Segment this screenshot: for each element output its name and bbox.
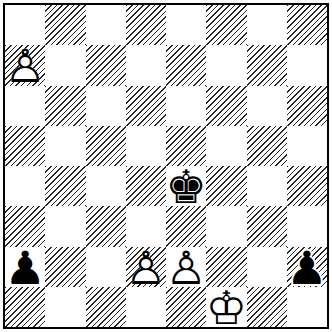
square-a2[interactable]: ♟	[5, 247, 45, 287]
square-b6[interactable]	[45, 86, 85, 126]
square-d7[interactable]	[126, 45, 166, 85]
square-c2[interactable]	[86, 247, 126, 287]
square-h4[interactable]	[287, 166, 327, 206]
square-g3[interactable]	[247, 206, 287, 246]
square-b1[interactable]	[45, 287, 85, 327]
square-c8[interactable]	[86, 5, 126, 45]
square-f4[interactable]	[206, 166, 246, 206]
square-f5[interactable]	[206, 126, 246, 166]
square-g1[interactable]	[247, 287, 287, 327]
square-e6[interactable]	[166, 86, 206, 126]
square-e8[interactable]	[166, 5, 206, 45]
square-g5[interactable]	[247, 126, 287, 166]
chess-diagram: ♟♙♚♟♟♙♟♙♟♚♔	[0, 0, 332, 332]
square-h8[interactable]	[287, 5, 327, 45]
square-a7[interactable]: ♟♙	[5, 45, 45, 85]
square-d2[interactable]: ♟♙	[126, 247, 166, 287]
square-g6[interactable]	[247, 86, 287, 126]
square-h6[interactable]	[287, 86, 327, 126]
square-f7[interactable]	[206, 45, 246, 85]
square-h7[interactable]	[287, 45, 327, 85]
square-g7[interactable]	[247, 45, 287, 85]
square-b4[interactable]	[45, 166, 85, 206]
square-e4[interactable]: ♚	[166, 166, 206, 206]
square-b3[interactable]	[45, 206, 85, 246]
square-h2[interactable]: ♟	[287, 247, 327, 287]
square-d6[interactable]	[126, 86, 166, 126]
square-e2[interactable]: ♟♙	[166, 247, 206, 287]
black-pawn-icon: ♟	[5, 248, 45, 288]
square-c1[interactable]	[86, 287, 126, 327]
square-f6[interactable]	[206, 86, 246, 126]
white-pawn-icon: ♙	[126, 248, 166, 288]
white-pawn-icon: ♙	[5, 46, 45, 86]
white-king-icon: ♔	[206, 288, 246, 328]
black-pawn-icon: ♟	[287, 248, 327, 288]
square-a5[interactable]	[5, 126, 45, 166]
square-b8[interactable]	[45, 5, 85, 45]
square-b2[interactable]	[45, 247, 85, 287]
square-f1[interactable]: ♚♔	[206, 287, 246, 327]
square-g2[interactable]	[247, 247, 287, 287]
square-c4[interactable]	[86, 166, 126, 206]
square-e7[interactable]	[166, 45, 206, 85]
square-h5[interactable]	[287, 126, 327, 166]
square-c3[interactable]	[86, 206, 126, 246]
square-g8[interactable]	[247, 5, 287, 45]
chess-board: ♟♙♚♟♟♙♟♙♟♚♔	[5, 5, 327, 327]
square-f8[interactable]	[206, 5, 246, 45]
square-c5[interactable]	[86, 126, 126, 166]
square-d5[interactable]	[126, 126, 166, 166]
square-c7[interactable]	[86, 45, 126, 85]
square-d4[interactable]	[126, 166, 166, 206]
square-b5[interactable]	[45, 126, 85, 166]
square-d8[interactable]	[126, 5, 166, 45]
board-frame: ♟♙♚♟♟♙♟♙♟♚♔	[3, 3, 329, 329]
page: { "game": "chess", "position": { "fen": …	[0, 0, 332, 332]
square-c6[interactable]	[86, 86, 126, 126]
square-g4[interactable]	[247, 166, 287, 206]
black-king-icon: ♚	[166, 167, 206, 207]
white-pawn-icon: ♙	[166, 248, 206, 288]
square-f3[interactable]	[206, 206, 246, 246]
square-a4[interactable]	[5, 166, 45, 206]
square-b7[interactable]	[45, 45, 85, 85]
